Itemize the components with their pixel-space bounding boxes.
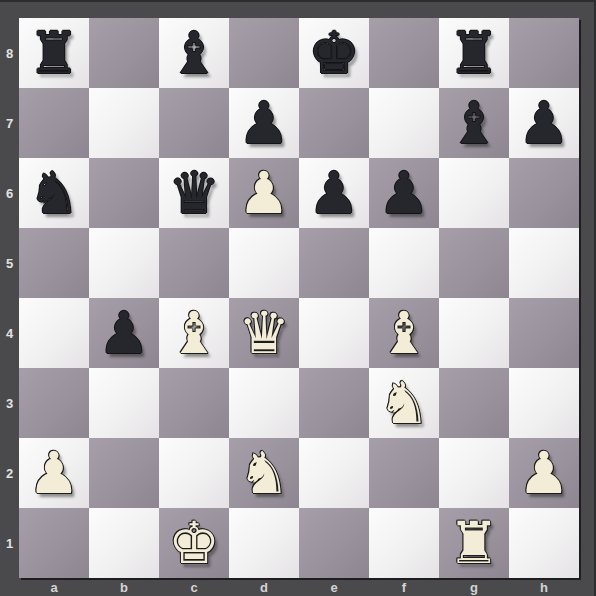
square-c7[interactable] — [159, 88, 229, 158]
square-a2[interactable]: ♟ — [19, 438, 89, 508]
square-d1[interactable] — [229, 508, 299, 578]
black-knight[interactable]: ♞ — [28, 158, 80, 228]
square-d2[interactable]: ♞ — [229, 438, 299, 508]
square-d6[interactable]: ♟ — [229, 158, 299, 228]
file-label-f: f — [369, 578, 439, 596]
square-f8[interactable] — [369, 18, 439, 88]
black-pawn[interactable]: ♟ — [98, 298, 150, 368]
square-a5[interactable] — [19, 228, 89, 298]
square-d3[interactable] — [229, 368, 299, 438]
square-g5[interactable] — [439, 228, 509, 298]
square-d5[interactable] — [229, 228, 299, 298]
file-labels: abcdefgh — [19, 578, 579, 596]
chessboard-frame: 87654321 ♜♝♚♜♟♝♟♞♛♟♟♟♟♝♛♝♞♟♞♟♚♜ abcdefgh — [0, 0, 596, 596]
white-queen[interactable]: ♛ — [238, 298, 290, 368]
square-d4[interactable]: ♛ — [229, 298, 299, 368]
white-knight[interactable]: ♞ — [378, 368, 430, 438]
file-label-a: a — [19, 578, 89, 596]
file-label-e: e — [299, 578, 369, 596]
white-pawn[interactable]: ♟ — [238, 158, 290, 228]
rank-labels: 87654321 — [0, 18, 19, 578]
black-bishop[interactable]: ♝ — [168, 18, 220, 88]
square-e7[interactable] — [299, 88, 369, 158]
square-a4[interactable] — [19, 298, 89, 368]
square-e1[interactable] — [299, 508, 369, 578]
square-h3[interactable] — [509, 368, 579, 438]
square-a3[interactable] — [19, 368, 89, 438]
square-a1[interactable] — [19, 508, 89, 578]
square-c1[interactable]: ♚ — [159, 508, 229, 578]
black-pawn[interactable]: ♟ — [378, 158, 430, 228]
square-e8[interactable]: ♚ — [299, 18, 369, 88]
square-a7[interactable] — [19, 88, 89, 158]
square-e3[interactable] — [299, 368, 369, 438]
square-f2[interactable] — [369, 438, 439, 508]
square-c3[interactable] — [159, 368, 229, 438]
white-bishop[interactable]: ♝ — [378, 298, 430, 368]
black-pawn[interactable]: ♟ — [518, 88, 570, 158]
square-c8[interactable]: ♝ — [159, 18, 229, 88]
black-pawn[interactable]: ♟ — [308, 158, 360, 228]
square-h1[interactable] — [509, 508, 579, 578]
rank-label-8: 8 — [0, 18, 19, 88]
rank-label-5: 5 — [0, 228, 19, 298]
square-c2[interactable] — [159, 438, 229, 508]
white-knight[interactable]: ♞ — [238, 438, 290, 508]
square-h8[interactable] — [509, 18, 579, 88]
square-a8[interactable]: ♜ — [19, 18, 89, 88]
square-d8[interactable] — [229, 18, 299, 88]
square-b3[interactable] — [89, 368, 159, 438]
square-g4[interactable] — [439, 298, 509, 368]
white-king[interactable]: ♚ — [168, 508, 220, 578]
square-b5[interactable] — [89, 228, 159, 298]
white-bishop[interactable]: ♝ — [168, 298, 220, 368]
square-g6[interactable] — [439, 158, 509, 228]
square-b1[interactable] — [89, 508, 159, 578]
square-f3[interactable]: ♞ — [369, 368, 439, 438]
square-h6[interactable] — [509, 158, 579, 228]
white-pawn[interactable]: ♟ — [518, 438, 570, 508]
black-rook[interactable]: ♜ — [448, 18, 500, 88]
square-g2[interactable] — [439, 438, 509, 508]
square-b8[interactable] — [89, 18, 159, 88]
square-e4[interactable] — [299, 298, 369, 368]
file-label-b: b — [89, 578, 159, 596]
board-grid: ♜♝♚♜♟♝♟♞♛♟♟♟♟♝♛♝♞♟♞♟♚♜ — [19, 18, 579, 578]
rank-label-3: 3 — [0, 368, 19, 438]
rank-label-4: 4 — [0, 298, 19, 368]
square-f1[interactable] — [369, 508, 439, 578]
square-c6[interactable]: ♛ — [159, 158, 229, 228]
square-b4[interactable]: ♟ — [89, 298, 159, 368]
white-pawn[interactable]: ♟ — [28, 438, 80, 508]
rank-label-2: 2 — [0, 438, 19, 508]
square-f4[interactable]: ♝ — [369, 298, 439, 368]
square-g1[interactable]: ♜ — [439, 508, 509, 578]
rank-label-7: 7 — [0, 88, 19, 158]
file-label-d: d — [229, 578, 299, 596]
square-a6[interactable]: ♞ — [19, 158, 89, 228]
square-c4[interactable]: ♝ — [159, 298, 229, 368]
square-h4[interactable] — [509, 298, 579, 368]
black-queen[interactable]: ♛ — [168, 158, 220, 228]
square-h7[interactable]: ♟ — [509, 88, 579, 158]
square-h5[interactable] — [509, 228, 579, 298]
square-c5[interactable] — [159, 228, 229, 298]
square-d7[interactable]: ♟ — [229, 88, 299, 158]
rank-label-6: 6 — [0, 158, 19, 228]
square-g3[interactable] — [439, 368, 509, 438]
square-e2[interactable] — [299, 438, 369, 508]
square-e6[interactable]: ♟ — [299, 158, 369, 228]
file-label-h: h — [509, 578, 579, 596]
square-g7[interactable]: ♝ — [439, 88, 509, 158]
black-king[interactable]: ♚ — [308, 18, 360, 88]
file-label-g: g — [439, 578, 509, 596]
black-rook[interactable]: ♜ — [28, 18, 80, 88]
square-f7[interactable] — [369, 88, 439, 158]
square-b6[interactable] — [89, 158, 159, 228]
square-e5[interactable] — [299, 228, 369, 298]
white-rook[interactable]: ♜ — [448, 508, 500, 578]
square-b7[interactable] — [89, 88, 159, 158]
file-label-c: c — [159, 578, 229, 596]
black-bishop[interactable]: ♝ — [448, 88, 500, 158]
square-f6[interactable]: ♟ — [369, 158, 439, 228]
square-g8[interactable]: ♜ — [439, 18, 509, 88]
rank-label-1: 1 — [0, 508, 19, 578]
square-h2[interactable]: ♟ — [509, 438, 579, 508]
black-pawn[interactable]: ♟ — [238, 88, 290, 158]
square-b2[interactable] — [89, 438, 159, 508]
square-f5[interactable] — [369, 228, 439, 298]
